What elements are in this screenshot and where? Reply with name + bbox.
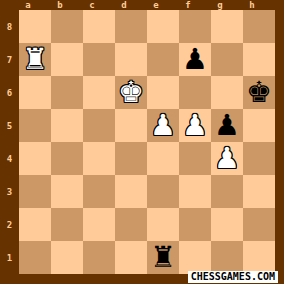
rank-label-2: 2: [0, 208, 19, 241]
square-h8: [243, 10, 275, 43]
square-b4: [51, 142, 83, 175]
square-f6: [179, 76, 211, 109]
square-a1: [19, 241, 51, 274]
square-b7: [51, 43, 83, 76]
square-d2: [115, 208, 147, 241]
square-b5: [51, 109, 83, 142]
rank-label-8: 8: [0, 10, 19, 43]
square-c6: [83, 76, 115, 109]
square-c1: [83, 241, 115, 274]
square-h4: [243, 142, 275, 175]
rank-labels: 87654321: [0, 10, 19, 274]
square-d8: [115, 10, 147, 43]
file-label-e: e: [140, 0, 172, 10]
square-c5: [83, 109, 115, 142]
rank-label-7: 7: [0, 43, 19, 76]
square-g7: [211, 43, 243, 76]
white-king: ♚: [115, 76, 147, 109]
square-g8: [211, 10, 243, 43]
square-b8: [51, 10, 83, 43]
rank-label-4: 4: [0, 142, 19, 175]
file-label-b: b: [44, 0, 76, 10]
white-rook: ♜: [19, 43, 51, 76]
square-f1: [179, 241, 211, 274]
square-c2: [83, 208, 115, 241]
square-g1: [211, 241, 243, 274]
square-a8: [19, 10, 51, 43]
chess-board-frame: abcdefgh 87654321 ♜♟♚♚♟♟♟♟♜ CHESSGAMES.C…: [0, 0, 284, 284]
square-e1: ♜: [147, 241, 179, 274]
square-e2: [147, 208, 179, 241]
file-labels: abcdefgh: [19, 0, 275, 10]
square-b3: [51, 175, 83, 208]
square-g6: [211, 76, 243, 109]
square-e4: [147, 142, 179, 175]
square-d4: [115, 142, 147, 175]
square-e5: ♟: [147, 109, 179, 142]
square-e6: [147, 76, 179, 109]
board: ♜♟♚♚♟♟♟♟♜: [19, 10, 275, 274]
square-f7: ♟: [179, 43, 211, 76]
square-h3: [243, 175, 275, 208]
file-label-a: a: [12, 0, 44, 10]
square-h5: [243, 109, 275, 142]
square-d7: [115, 43, 147, 76]
square-f5: ♟: [179, 109, 211, 142]
square-c4: [83, 142, 115, 175]
square-c7: [83, 43, 115, 76]
rank-label-1: 1: [0, 241, 19, 274]
rank-label-3: 3: [0, 175, 19, 208]
square-d3: [115, 175, 147, 208]
square-f8: [179, 10, 211, 43]
black-pawn: ♟: [179, 43, 211, 76]
square-a5: [19, 109, 51, 142]
square-g3: [211, 175, 243, 208]
square-b6: [51, 76, 83, 109]
square-g2: [211, 208, 243, 241]
file-label-d: d: [108, 0, 140, 10]
square-e8: [147, 10, 179, 43]
square-d1: [115, 241, 147, 274]
square-a3: [19, 175, 51, 208]
square-h7: [243, 43, 275, 76]
square-e3: [147, 175, 179, 208]
square-c3: [83, 175, 115, 208]
black-pawn: ♟: [211, 109, 243, 142]
square-h1: [243, 241, 275, 274]
rank-label-5: 5: [0, 109, 19, 142]
square-d5: [115, 109, 147, 142]
square-f3: [179, 175, 211, 208]
white-pawn: ♟: [147, 109, 179, 142]
square-b2: [51, 208, 83, 241]
square-h6: ♚: [243, 76, 275, 109]
file-label-g: g: [204, 0, 236, 10]
square-f4: [179, 142, 211, 175]
square-g4: ♟: [211, 142, 243, 175]
square-a6: [19, 76, 51, 109]
black-king: ♚: [243, 76, 275, 109]
square-h2: [243, 208, 275, 241]
square-a7: ♜: [19, 43, 51, 76]
white-pawn: ♟: [179, 109, 211, 142]
square-f2: [179, 208, 211, 241]
square-e7: [147, 43, 179, 76]
file-label-f: f: [172, 0, 204, 10]
rank-label-6: 6: [0, 76, 19, 109]
square-d6: ♚: [115, 76, 147, 109]
chessgames-logo: CHESSGAMES.COM: [188, 271, 278, 283]
square-b1: [51, 241, 83, 274]
white-pawn: ♟: [211, 142, 243, 175]
square-g5: ♟: [211, 109, 243, 142]
square-a2: [19, 208, 51, 241]
square-c8: [83, 10, 115, 43]
file-label-h: h: [236, 0, 268, 10]
file-label-c: c: [76, 0, 108, 10]
square-a4: [19, 142, 51, 175]
black-rook: ♜: [147, 241, 179, 274]
